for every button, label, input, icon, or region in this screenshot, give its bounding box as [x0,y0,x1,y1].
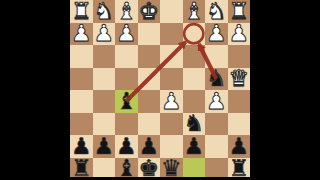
square-d7[interactable] [160,135,183,158]
square-b5[interactable]: ♟ [205,90,228,113]
piece-black-bishop[interactable]: ♝ [116,90,137,113]
piece-black-knight[interactable]: ♞ [183,112,204,135]
square-h5[interactable] [70,90,93,113]
square-c7[interactable]: ♟ [183,135,206,158]
piece-black-pawn[interactable]: ♟ [116,135,137,158]
square-e7[interactable]: ♟ [138,135,161,158]
piece-white-knight[interactable]: ♞ [93,0,114,23]
square-f2[interactable]: ♟ [115,23,138,46]
square-b3[interactable] [205,45,228,68]
piece-white-knight[interactable]: ♞ [206,0,227,23]
square-b4[interactable]: ♞ [205,68,228,91]
square-b1[interactable]: ♞ [205,0,228,23]
square-g7[interactable]: ♟ [93,135,116,158]
square-g6[interactable] [93,113,116,136]
piece-black-pawn[interactable]: ♟ [228,135,249,158]
square-d1[interactable] [160,0,183,23]
piece-black-pawn[interactable]: ♟ [138,135,159,158]
piece-black-pawn[interactable]: ♟ [183,135,204,158]
square-a3[interactable] [228,45,251,68]
square-a4[interactable]: ♛ [228,68,251,91]
square-f7[interactable]: ♟ [115,135,138,158]
square-e3[interactable] [138,45,161,68]
square-a6[interactable] [228,113,251,136]
square-g4[interactable] [93,68,116,91]
square-c1[interactable]: ♝ [183,0,206,23]
square-f3[interactable] [115,45,138,68]
letterbox-right [250,0,320,180]
square-c4[interactable] [183,68,206,91]
square-e2[interactable] [138,23,161,46]
square-e5[interactable] [138,90,161,113]
square-d2[interactable] [160,23,183,46]
square-a7[interactable]: ♟ [228,135,251,158]
square-c2[interactable] [183,23,206,46]
square-a5[interactable] [228,90,251,113]
square-g2[interactable]: ♟ [93,23,116,46]
piece-white-bishop[interactable]: ♝ [116,0,137,23]
piece-white-bishop[interactable]: ♝ [183,0,204,23]
square-g3[interactable] [93,45,116,68]
square-d4[interactable] [160,68,183,91]
square-e6[interactable] [138,113,161,136]
square-h3[interactable] [70,45,93,68]
square-a2[interactable]: ♟ [228,23,251,46]
piece-white-pawn[interactable]: ♟ [206,90,227,113]
piece-white-pawn[interactable]: ♟ [93,22,114,45]
letterbox-left [0,0,70,180]
square-f1[interactable]: ♝ [115,0,138,23]
piece-black-pawn[interactable]: ♟ [93,135,114,158]
square-h2[interactable]: ♟ [70,23,93,46]
chess-board[interactable]: ♜♞♝♚♝♞♜♟♟♟♟♟♞♛♝♟♟♞♟♟♟♟♟♟♜♝♚♛♜ [70,0,250,180]
square-h7[interactable]: ♟ [70,135,93,158]
square-f6[interactable] [115,113,138,136]
square-c3[interactable] [183,45,206,68]
square-a1[interactable]: ♜ [228,0,251,23]
square-d3[interactable] [160,45,183,68]
square-e4[interactable] [138,68,161,91]
letterbox-bottom [0,177,320,180]
piece-white-king[interactable]: ♚ [138,0,159,23]
square-h6[interactable] [70,113,93,136]
piece-white-queen[interactable]: ♛ [228,67,249,90]
square-e1[interactable]: ♚ [138,0,161,23]
square-c6[interactable]: ♞ [183,113,206,136]
piece-black-knight[interactable]: ♞ [206,67,227,90]
square-b2[interactable]: ♟ [205,23,228,46]
piece-white-rook[interactable]: ♜ [71,0,92,23]
square-f4[interactable] [115,68,138,91]
piece-white-pawn[interactable]: ♟ [161,90,182,113]
piece-white-pawn[interactable]: ♟ [228,22,249,45]
square-b7[interactable] [205,135,228,158]
square-c5[interactable] [183,90,206,113]
square-b6[interactable] [205,113,228,136]
piece-black-pawn[interactable]: ♟ [71,135,92,158]
square-h1[interactable]: ♜ [70,0,93,23]
square-d6[interactable] [160,113,183,136]
square-f5[interactable]: ♝ [115,90,138,113]
video-frame: ♜♞♝♚♝♞♜♟♟♟♟♟♞♛♝♟♟♞♟♟♟♟♟♟♜♝♚♛♜ [0,0,320,180]
piece-white-pawn[interactable]: ♟ [206,22,227,45]
square-g5[interactable] [93,90,116,113]
square-g1[interactable]: ♞ [93,0,116,23]
piece-white-pawn[interactable]: ♟ [116,22,137,45]
square-d5[interactable]: ♟ [160,90,183,113]
piece-white-pawn[interactable]: ♟ [71,22,92,45]
square-h4[interactable] [70,68,93,91]
piece-white-rook[interactable]: ♜ [228,0,249,23]
